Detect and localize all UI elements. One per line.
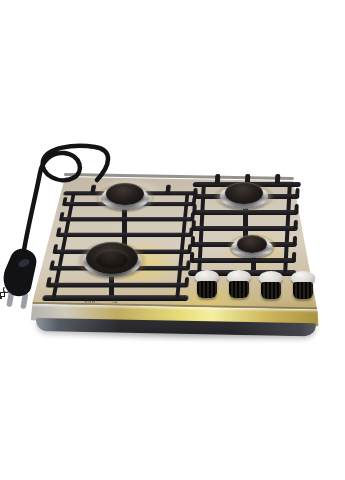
front-edge-watermark: www.·······.ru [84,298,140,306]
grate-bar [56,233,193,237]
eu-plug-icon [4,249,37,309]
burner-control-knob [194,270,220,298]
burner-control-knob [258,271,284,299]
burner-cap [237,235,267,253]
knob-body [293,282,313,299]
burner-cap [106,183,144,205]
pan-support-prong [165,185,170,193]
grate-bar [59,217,195,221]
burner-control-knob [226,270,252,298]
burner-control-knob [290,271,316,299]
burner-cap [86,242,138,274]
pan-support-prong [214,174,220,184]
grate-bar [191,226,297,231]
knob-body [197,281,217,298]
pan-support-prong [275,174,281,184]
knob-body [261,282,281,299]
knob-body [229,281,249,298]
product-photo-gas-cooktop: www.·······.ru [0,0,345,480]
burner-cap [225,182,263,204]
printed-dot [0,297,2,299]
